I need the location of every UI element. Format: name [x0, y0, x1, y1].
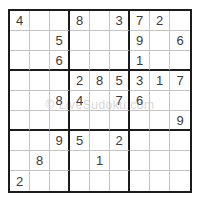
cell-r3c6[interactable] — [110, 51, 130, 71]
cell-r6c7[interactable] — [130, 111, 150, 131]
cell-r2c3[interactable]: 5 — [50, 31, 70, 51]
cell-r9c7[interactable] — [130, 171, 150, 191]
cell-r8c1[interactable] — [10, 151, 30, 171]
cell-r1c7[interactable]: 7 — [130, 11, 150, 31]
cell-r5c6[interactable]: 7 — [110, 91, 130, 111]
cell-r7c5[interactable] — [90, 131, 110, 151]
cell-r4c6[interactable]: 5 — [110, 71, 130, 91]
cell-r5c9[interactable] — [170, 91, 190, 111]
cell-r4c2[interactable] — [30, 71, 50, 91]
cell-r1c8[interactable]: 2 — [150, 11, 170, 31]
cell-r4c1[interactable] — [10, 71, 30, 91]
cell-r5c4[interactable]: 4 — [70, 91, 90, 111]
cell-r6c1[interactable] — [10, 111, 30, 131]
sudoku-board-frame: © LiveSudoku.com 48372596612853178476995… — [8, 9, 192, 193]
cell-r2c7[interactable]: 9 — [130, 31, 150, 51]
cell-r9c2[interactable] — [30, 171, 50, 191]
cell-r7c6[interactable]: 2 — [110, 131, 130, 151]
cell-r5c7[interactable]: 6 — [130, 91, 150, 111]
cell-r6c5[interactable] — [90, 111, 110, 131]
cell-r3c5[interactable] — [90, 51, 110, 71]
cell-r7c7[interactable] — [130, 131, 150, 151]
cell-r8c5[interactable]: 1 — [90, 151, 110, 171]
cell-r2c6[interactable] — [110, 31, 130, 51]
cell-r3c4[interactable] — [70, 51, 90, 71]
cell-r8c9[interactable] — [170, 151, 190, 171]
cell-r8c4[interactable] — [70, 151, 90, 171]
cell-r7c4[interactable]: 5 — [70, 131, 90, 151]
cell-r9c3[interactable] — [50, 171, 70, 191]
cell-r8c8[interactable] — [150, 151, 170, 171]
cell-r4c4[interactable]: 2 — [70, 71, 90, 91]
cell-r6c6[interactable] — [110, 111, 130, 131]
cell-r7c3[interactable]: 9 — [50, 131, 70, 151]
cell-r5c3[interactable]: 8 — [50, 91, 70, 111]
cell-r7c8[interactable] — [150, 131, 170, 151]
cell-r1c3[interactable] — [50, 11, 70, 31]
cell-r6c3[interactable] — [50, 111, 70, 131]
cell-r1c2[interactable] — [30, 11, 50, 31]
cell-r1c5[interactable] — [90, 11, 110, 31]
cell-r3c8[interactable] — [150, 51, 170, 71]
cell-r9c5[interactable] — [90, 171, 110, 191]
cell-r9c6[interactable] — [110, 171, 130, 191]
cell-r1c4[interactable]: 8 — [70, 11, 90, 31]
cell-r8c3[interactable] — [50, 151, 70, 171]
cell-r6c9[interactable]: 9 — [170, 111, 190, 131]
cell-r3c2[interactable] — [30, 51, 50, 71]
cell-r7c1[interactable] — [10, 131, 30, 151]
cell-r4c8[interactable]: 1 — [150, 71, 170, 91]
cell-r2c5[interactable] — [90, 31, 110, 51]
cell-r6c2[interactable] — [30, 111, 50, 131]
sudoku-board: 483725966128531784769952812 — [10, 11, 190, 191]
cell-r6c4[interactable] — [70, 111, 90, 131]
cell-r1c1[interactable]: 4 — [10, 11, 30, 31]
cell-r5c5[interactable] — [90, 91, 110, 111]
cell-r1c9[interactable] — [170, 11, 190, 31]
cell-r2c1[interactable] — [10, 31, 30, 51]
cell-r7c2[interactable] — [30, 131, 50, 151]
cell-r4c7[interactable]: 3 — [130, 71, 150, 91]
cell-r9c4[interactable] — [70, 171, 90, 191]
cell-r2c2[interactable] — [30, 31, 50, 51]
cell-r8c6[interactable] — [110, 151, 130, 171]
cell-r4c9[interactable]: 7 — [170, 71, 190, 91]
cell-r5c8[interactable] — [150, 91, 170, 111]
cell-r9c9[interactable] — [170, 171, 190, 191]
cell-r4c5[interactable]: 8 — [90, 71, 110, 91]
cell-r1c6[interactable]: 3 — [110, 11, 130, 31]
cell-r8c2[interactable]: 8 — [30, 151, 50, 171]
cell-r5c2[interactable] — [30, 91, 50, 111]
cell-r4c3[interactable] — [50, 71, 70, 91]
cell-r8c7[interactable] — [130, 151, 150, 171]
cell-r6c8[interactable] — [150, 111, 170, 131]
cell-r3c1[interactable] — [10, 51, 30, 71]
cell-r3c3[interactable]: 6 — [50, 51, 70, 71]
cell-r3c7[interactable]: 1 — [130, 51, 150, 71]
cell-r9c8[interactable] — [150, 171, 170, 191]
cell-r5c1[interactable] — [10, 91, 30, 111]
cell-r2c9[interactable]: 6 — [170, 31, 190, 51]
cell-r2c4[interactable] — [70, 31, 90, 51]
cell-r2c8[interactable] — [150, 31, 170, 51]
cell-r3c9[interactable] — [170, 51, 190, 71]
cell-r7c9[interactable] — [170, 131, 190, 151]
cell-r9c1[interactable]: 2 — [10, 171, 30, 191]
